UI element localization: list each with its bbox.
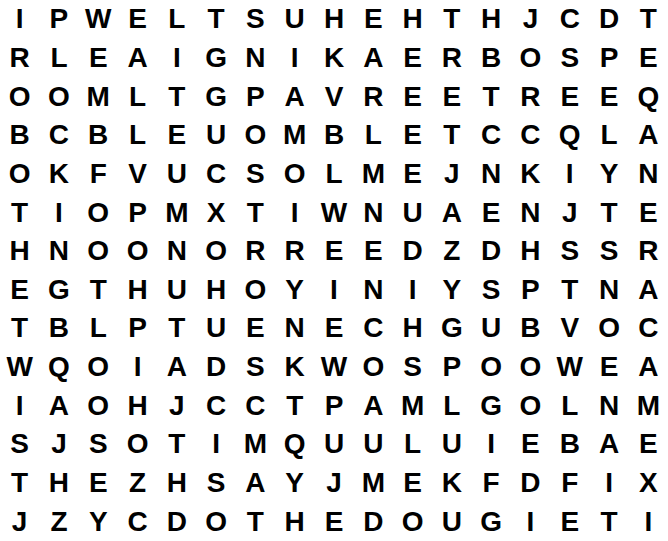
grid-cell[interactable]: F: [550, 464, 589, 503]
grid-cell[interactable]: E: [393, 77, 432, 116]
grid-cell[interactable]: P: [589, 39, 628, 78]
grid-cell[interactable]: E: [393, 39, 432, 78]
grid-cell[interactable]: E: [236, 309, 275, 348]
grid-cell[interactable]: E: [550, 77, 589, 116]
grid-cell[interactable]: O: [354, 348, 393, 387]
grid-cell[interactable]: I: [118, 348, 157, 387]
grid-cell[interactable]: N: [236, 39, 275, 78]
grid-cell[interactable]: T: [589, 502, 628, 541]
grid-cell[interactable]: M: [629, 386, 668, 425]
grid-cell[interactable]: N: [472, 155, 511, 194]
grid-cell[interactable]: N: [589, 386, 628, 425]
grid-cell[interactable]: C: [472, 116, 511, 155]
grid-cell[interactable]: A: [354, 39, 393, 78]
grid-cell[interactable]: I: [157, 39, 196, 78]
word-search-grid: IPWELTSUHEHTHJCDTRLEAIGNIKAERBOSPEOOMLTG…: [0, 0, 668, 541]
grid-cell[interactable]: G: [39, 270, 78, 309]
grid-cell[interactable]: P: [511, 270, 550, 309]
grid-cell[interactable]: M: [236, 425, 275, 464]
grid-cell[interactable]: C: [354, 309, 393, 348]
grid-cell[interactable]: R: [236, 232, 275, 271]
grid-cell[interactable]: H: [511, 232, 550, 271]
grid-cell[interactable]: R: [511, 77, 550, 116]
grid-cell[interactable]: A: [629, 116, 668, 155]
grid-cell[interactable]: T: [157, 309, 196, 348]
grid-cell[interactable]: S: [236, 155, 275, 194]
grid-cell[interactable]: K: [275, 348, 314, 387]
grid-cell[interactable]: O: [79, 386, 118, 425]
grid-cell[interactable]: H: [39, 464, 78, 503]
grid-cell[interactable]: O: [196, 502, 235, 541]
grid-cell[interactable]: B: [314, 116, 353, 155]
grid-cell[interactable]: Y: [79, 502, 118, 541]
grid-cell[interactable]: F: [79, 155, 118, 194]
grid-cell[interactable]: M: [354, 464, 393, 503]
grid-cell[interactable]: R: [354, 77, 393, 116]
grid-cell[interactable]: T: [236, 193, 275, 232]
grid-cell[interactable]: S: [393, 348, 432, 387]
grid-cell[interactable]: S: [236, 348, 275, 387]
grid-cell[interactable]: M: [354, 155, 393, 194]
grid-cell[interactable]: I: [511, 502, 550, 541]
grid-cell[interactable]: T: [236, 502, 275, 541]
grid-cell[interactable]: O: [0, 155, 39, 194]
grid-cell[interactable]: N: [589, 270, 628, 309]
grid-cell[interactable]: T: [157, 77, 196, 116]
grid-cell[interactable]: T: [157, 425, 196, 464]
grid-cell[interactable]: X: [629, 464, 668, 503]
grid-cell[interactable]: J: [157, 386, 196, 425]
grid-cell[interactable]: E: [157, 116, 196, 155]
grid-cell[interactable]: I: [472, 425, 511, 464]
grid-cell[interactable]: L: [118, 77, 157, 116]
grid-cell[interactable]: L: [354, 116, 393, 155]
grid-cell[interactable]: U: [314, 425, 353, 464]
grid-cell[interactable]: P: [236, 77, 275, 116]
grid-cell[interactable]: W: [0, 348, 39, 387]
grid-cell[interactable]: J: [314, 464, 353, 503]
grid-cell[interactable]: E: [79, 39, 118, 78]
grid-cell[interactable]: I: [275, 39, 314, 78]
grid-cell[interactable]: B: [39, 309, 78, 348]
grid-cell[interactable]: L: [118, 116, 157, 155]
grid-cell[interactable]: E: [393, 155, 432, 194]
grid-cell[interactable]: G: [196, 77, 235, 116]
grid-cell[interactable]: U: [432, 425, 471, 464]
grid-cell[interactable]: R: [432, 39, 471, 78]
grid-cell[interactable]: H: [196, 270, 235, 309]
grid-cell[interactable]: L: [393, 425, 432, 464]
grid-cell[interactable]: S: [550, 39, 589, 78]
grid-cell[interactable]: D: [354, 502, 393, 541]
grid-cell[interactable]: Q: [275, 425, 314, 464]
grid-cell[interactable]: A: [432, 193, 471, 232]
grid-cell[interactable]: Q: [550, 116, 589, 155]
grid-cell[interactable]: Q: [629, 77, 668, 116]
grid-cell[interactable]: N: [157, 232, 196, 271]
grid-cell[interactable]: M: [393, 386, 432, 425]
grid-cell[interactable]: H: [314, 0, 353, 39]
grid-cell[interactable]: I: [589, 464, 628, 503]
grid-cell[interactable]: H: [118, 386, 157, 425]
grid-cell[interactable]: S: [79, 425, 118, 464]
grid-cell[interactable]: B: [0, 116, 39, 155]
grid-cell[interactable]: Z: [39, 502, 78, 541]
grid-cell[interactable]: C: [196, 155, 235, 194]
grid-cell[interactable]: E: [550, 502, 589, 541]
grid-cell[interactable]: M: [275, 116, 314, 155]
grid-cell[interactable]: O: [79, 193, 118, 232]
grid-cell[interactable]: K: [511, 155, 550, 194]
grid-cell[interactable]: U: [157, 270, 196, 309]
grid-cell[interactable]: E: [314, 502, 353, 541]
grid-cell[interactable]: C: [236, 386, 275, 425]
grid-cell[interactable]: I: [196, 425, 235, 464]
grid-cell[interactable]: K: [39, 155, 78, 194]
grid-cell[interactable]: O: [118, 232, 157, 271]
word-search-page: { "game": "word-search", "board": { "row…: [0, 0, 668, 541]
grid-cell[interactable]: E: [629, 425, 668, 464]
grid-cell[interactable]: P: [432, 348, 471, 387]
grid-cell[interactable]: N: [354, 270, 393, 309]
grid-cell[interactable]: Z: [432, 232, 471, 271]
grid-cell[interactable]: H: [275, 502, 314, 541]
grid-cell[interactable]: L: [79, 309, 118, 348]
grid-cell[interactable]: N: [629, 155, 668, 194]
grid-cell[interactable]: A: [39, 386, 78, 425]
grid-cell[interactable]: O: [589, 309, 628, 348]
grid-cell[interactable]: T: [0, 464, 39, 503]
grid-cell[interactable]: U: [472, 309, 511, 348]
grid-cell[interactable]: I: [393, 270, 432, 309]
grid-cell[interactable]: T: [196, 0, 235, 39]
grid-cell[interactable]: I: [550, 155, 589, 194]
grid-cell[interactable]: J: [432, 155, 471, 194]
grid-cell[interactable]: O: [472, 348, 511, 387]
grid-cell[interactable]: W: [314, 193, 353, 232]
grid-cell[interactable]: C: [118, 502, 157, 541]
grid-cell[interactable]: Y: [275, 270, 314, 309]
grid-cell[interactable]: E: [354, 232, 393, 271]
grid-cell[interactable]: N: [511, 193, 550, 232]
grid-cell[interactable]: O: [511, 386, 550, 425]
grid-cell[interactable]: C: [629, 309, 668, 348]
grid-cell[interactable]: Y: [589, 155, 628, 194]
grid-cell[interactable]: R: [629, 232, 668, 271]
grid-cell[interactable]: O: [79, 348, 118, 387]
grid-cell[interactable]: U: [196, 116, 235, 155]
grid-cell[interactable]: C: [511, 116, 550, 155]
grid-cell[interactable]: V: [314, 77, 353, 116]
grid-cell[interactable]: H: [157, 464, 196, 503]
grid-cell[interactable]: Y: [432, 270, 471, 309]
grid-cell[interactable]: T: [589, 193, 628, 232]
grid-cell[interactable]: Q: [39, 348, 78, 387]
grid-cell[interactable]: N: [39, 232, 78, 271]
grid-cell[interactable]: I: [39, 193, 78, 232]
grid-cell[interactable]: I: [0, 386, 39, 425]
grid-cell[interactable]: T: [0, 193, 39, 232]
grid-cell[interactable]: A: [589, 425, 628, 464]
grid-cell[interactable]: T: [472, 77, 511, 116]
grid-cell[interactable]: V: [118, 155, 157, 194]
grid-cell[interactable]: O: [79, 232, 118, 271]
grid-cell[interactable]: T: [0, 309, 39, 348]
grid-cell[interactable]: T: [629, 0, 668, 39]
grid-cell[interactable]: C: [550, 0, 589, 39]
grid-cell[interactable]: U: [196, 309, 235, 348]
grid-cell[interactable]: R: [275, 232, 314, 271]
grid-cell[interactable]: P: [118, 193, 157, 232]
grid-cell[interactable]: L: [39, 39, 78, 78]
grid-cell[interactable]: E: [589, 348, 628, 387]
grid-cell[interactable]: S: [550, 232, 589, 271]
grid-cell[interactable]: G: [196, 39, 235, 78]
grid-cell[interactable]: I: [314, 270, 353, 309]
grid-cell[interactable]: Y: [275, 464, 314, 503]
grid-cell[interactable]: E: [393, 116, 432, 155]
grid-cell[interactable]: W: [79, 0, 118, 39]
grid-cell[interactable]: D: [472, 232, 511, 271]
grid-cell[interactable]: T: [550, 270, 589, 309]
grid-cell[interactable]: O: [236, 270, 275, 309]
grid-cell[interactable]: W: [314, 348, 353, 387]
grid-cell[interactable]: N: [275, 309, 314, 348]
grid-cell[interactable]: D: [393, 232, 432, 271]
grid-cell[interactable]: Z: [118, 464, 157, 503]
grid-cell[interactable]: E: [79, 464, 118, 503]
grid-cell[interactable]: A: [275, 77, 314, 116]
grid-cell[interactable]: E: [0, 270, 39, 309]
grid-cell[interactable]: G: [472, 386, 511, 425]
grid-cell[interactable]: K: [314, 39, 353, 78]
grid-cell[interactable]: J: [39, 425, 78, 464]
grid-cell[interactable]: I: [275, 193, 314, 232]
grid-cell[interactable]: A: [629, 270, 668, 309]
grid-cell[interactable]: C: [39, 116, 78, 155]
grid-cell[interactable]: H: [393, 309, 432, 348]
grid-cell[interactable]: L: [550, 386, 589, 425]
grid-cell[interactable]: T: [432, 116, 471, 155]
grid-cell[interactable]: J: [511, 0, 550, 39]
grid-cell[interactable]: T: [432, 0, 471, 39]
grid-cell[interactable]: G: [472, 502, 511, 541]
grid-cell[interactable]: J: [550, 193, 589, 232]
grid-cell[interactable]: E: [354, 0, 393, 39]
grid-cell[interactable]: D: [589, 0, 628, 39]
grid-cell[interactable]: K: [432, 464, 471, 503]
grid-cell[interactable]: S: [589, 232, 628, 271]
grid-cell[interactable]: M: [79, 77, 118, 116]
grid-cell[interactable]: E: [629, 39, 668, 78]
grid-cell[interactable]: T: [275, 386, 314, 425]
grid-cell[interactable]: E: [314, 232, 353, 271]
grid-cell[interactable]: U: [393, 193, 432, 232]
grid-cell[interactable]: C: [196, 386, 235, 425]
grid-cell[interactable]: D: [196, 348, 235, 387]
grid-cell[interactable]: S: [196, 464, 235, 503]
grid-cell[interactable]: H: [472, 0, 511, 39]
grid-cell[interactable]: O: [275, 155, 314, 194]
grid-cell[interactable]: P: [118, 309, 157, 348]
grid-cell[interactable]: O: [511, 39, 550, 78]
grid-cell[interactable]: B: [550, 425, 589, 464]
grid-cell[interactable]: A: [629, 348, 668, 387]
grid-cell[interactable]: A: [354, 386, 393, 425]
grid-cell[interactable]: E: [393, 464, 432, 503]
grid-cell[interactable]: S: [0, 425, 39, 464]
grid-cell[interactable]: U: [275, 0, 314, 39]
grid-cell[interactable]: E: [589, 77, 628, 116]
grid-cell[interactable]: J: [0, 502, 39, 541]
grid-cell[interactable]: E: [118, 0, 157, 39]
grid-cell[interactable]: E: [432, 77, 471, 116]
grid-cell[interactable]: U: [354, 425, 393, 464]
grid-cell[interactable]: G: [432, 309, 471, 348]
grid-cell[interactable]: E: [629, 193, 668, 232]
grid-cell[interactable]: L: [432, 386, 471, 425]
grid-cell[interactable]: P: [39, 0, 78, 39]
grid-cell[interactable]: I: [629, 502, 668, 541]
grid-cell[interactable]: D: [157, 502, 196, 541]
grid-cell[interactable]: W: [550, 348, 589, 387]
grid-cell[interactable]: O: [511, 348, 550, 387]
grid-cell[interactable]: M: [157, 193, 196, 232]
grid-cell[interactable]: A: [157, 348, 196, 387]
grid-cell[interactable]: H: [118, 270, 157, 309]
grid-cell[interactable]: V: [550, 309, 589, 348]
grid-cell[interactable]: S: [236, 0, 275, 39]
grid-cell[interactable]: R: [0, 39, 39, 78]
grid-cell[interactable]: L: [157, 0, 196, 39]
grid-cell[interactable]: B: [511, 309, 550, 348]
grid-cell[interactable]: O: [39, 77, 78, 116]
grid-cell[interactable]: O: [236, 116, 275, 155]
grid-cell[interactable]: E: [314, 309, 353, 348]
grid-cell[interactable]: O: [0, 77, 39, 116]
grid-cell[interactable]: P: [314, 386, 353, 425]
grid-cell[interactable]: F: [472, 464, 511, 503]
grid-cell[interactable]: E: [511, 425, 550, 464]
grid-cell[interactable]: O: [393, 502, 432, 541]
grid-cell[interactable]: A: [118, 39, 157, 78]
grid-cell[interactable]: E: [472, 193, 511, 232]
grid-cell[interactable]: L: [589, 116, 628, 155]
grid-cell[interactable]: U: [432, 502, 471, 541]
grid-cell[interactable]: T: [79, 270, 118, 309]
grid-cell[interactable]: X: [196, 193, 235, 232]
grid-cell[interactable]: D: [511, 464, 550, 503]
grid-cell[interactable]: L: [314, 155, 353, 194]
grid-cell[interactable]: N: [354, 193, 393, 232]
grid-cell[interactable]: H: [0, 232, 39, 271]
grid-cell[interactable]: O: [196, 232, 235, 271]
grid-cell[interactable]: H: [393, 0, 432, 39]
grid-cell[interactable]: A: [236, 464, 275, 503]
grid-cell[interactable]: O: [118, 425, 157, 464]
grid-cell[interactable]: B: [79, 116, 118, 155]
grid-cell[interactable]: I: [0, 0, 39, 39]
grid-cell[interactable]: S: [472, 270, 511, 309]
grid-cell[interactable]: B: [472, 39, 511, 78]
grid-cell[interactable]: U: [157, 155, 196, 194]
